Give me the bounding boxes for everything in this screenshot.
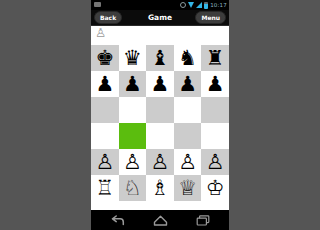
action-bar: Back Game Menu — [91, 10, 229, 26]
square-b5[interactable]: ♟ — [119, 71, 147, 97]
square-e1[interactable]: ♔ — [201, 175, 229, 201]
white-knight: ♘ — [123, 178, 142, 199]
signal-icon — [196, 2, 202, 8]
black-pawn: ♟ — [178, 74, 197, 95]
square-d5[interactable]: ♟ — [174, 71, 202, 97]
square-e5[interactable]: ♟ — [201, 71, 229, 97]
status-bar: 10:17 — [91, 0, 229, 10]
white-rook: ♖ — [95, 178, 114, 199]
square-e2[interactable]: ♙ — [201, 149, 229, 175]
notification-icon — [94, 2, 101, 7]
square-b6[interactable]: ♛ — [119, 45, 147, 71]
black-king: ♚ — [95, 48, 114, 69]
menu-button[interactable]: Menu — [195, 11, 226, 24]
square-a1[interactable]: ♖ — [91, 175, 119, 201]
white-queen: ♕ — [178, 178, 197, 199]
black-pawn: ♟ — [95, 74, 114, 95]
android-nav-bar — [91, 210, 229, 230]
wifi-icon — [188, 2, 194, 8]
square-b1[interactable]: ♘ — [119, 175, 147, 201]
square-a5[interactable]: ♟ — [91, 71, 119, 97]
square-e4[interactable] — [201, 97, 229, 123]
chess-board: ♚♛♝♞♜♟♟♟♟♟♙♙♙♙♙♖♘♗♕♔ — [91, 45, 229, 201]
white-king: ♔ — [206, 178, 225, 199]
black-pawn: ♟ — [206, 74, 225, 95]
black-queen: ♛ — [123, 48, 142, 69]
white-pawn-turn-icon: ♙ — [95, 27, 106, 39]
square-a6[interactable]: ♚ — [91, 45, 119, 71]
square-b4[interactable] — [119, 97, 147, 123]
black-rook: ♜ — [206, 48, 225, 69]
nav-back-icon[interactable] — [107, 212, 127, 228]
square-a3[interactable] — [91, 123, 119, 149]
status-icons: 10:17 — [180, 0, 227, 10]
square-c5[interactable]: ♟ — [146, 71, 174, 97]
black-pawn: ♟ — [151, 74, 170, 95]
square-e3[interactable] — [201, 123, 229, 149]
alarm-icon — [180, 2, 186, 8]
square-c6[interactable]: ♝ — [146, 45, 174, 71]
phone-screen: 10:17 Back Game Menu ♙ ♚♛♝♞♜♟♟♟♟♟♙♙♙♙♙♖♘… — [91, 0, 229, 230]
black-pawn: ♟ — [123, 74, 142, 95]
black-knight: ♞ — [178, 48, 197, 69]
white-pawn: ♙ — [95, 152, 114, 173]
nav-home-icon[interactable] — [150, 212, 170, 228]
square-d3[interactable] — [174, 123, 202, 149]
white-pawn: ♙ — [123, 152, 142, 173]
square-c1[interactable]: ♗ — [146, 175, 174, 201]
status-time: 10:17 — [210, 2, 227, 8]
square-a4[interactable] — [91, 97, 119, 123]
white-pawn: ♙ — [151, 152, 170, 173]
page-title: Game — [148, 13, 172, 22]
white-bishop: ♗ — [151, 178, 170, 199]
square-d6[interactable]: ♞ — [174, 45, 202, 71]
nav-recents-icon[interactable] — [193, 212, 213, 228]
square-c3[interactable] — [146, 123, 174, 149]
white-pawn: ♙ — [206, 152, 225, 173]
square-c4[interactable] — [146, 97, 174, 123]
square-e6[interactable]: ♜ — [201, 45, 229, 71]
square-d2[interactable]: ♙ — [174, 149, 202, 175]
square-b3[interactable] — [119, 123, 147, 149]
back-button[interactable]: Back — [94, 11, 122, 24]
square-c2[interactable]: ♙ — [146, 149, 174, 175]
square-a2[interactable]: ♙ — [91, 149, 119, 175]
square-b2[interactable]: ♙ — [119, 149, 147, 175]
white-pawn: ♙ — [178, 152, 197, 173]
battery-icon — [204, 2, 208, 9]
black-bishop: ♝ — [151, 48, 170, 69]
square-d4[interactable] — [174, 97, 202, 123]
game-content: ♙ ♚♛♝♞♜♟♟♟♟♟♙♙♙♙♙♖♘♗♕♔ — [91, 26, 229, 210]
square-d1[interactable]: ♕ — [174, 175, 202, 201]
